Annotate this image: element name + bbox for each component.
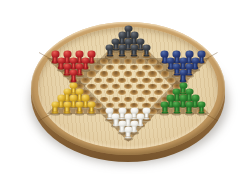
- hole-dimple: [124, 71, 132, 76]
- peg-cap: [118, 32, 126, 38]
- peg-cap: [185, 63, 193, 69]
- hole-dimple: [94, 65, 102, 70]
- peg-cap: [130, 120, 138, 126]
- hole-dimple: [161, 84, 169, 89]
- board-hole-r12c10[interactable]: [174, 109, 180, 115]
- peg-cap: [185, 101, 193, 107]
- peg-cap: [173, 51, 181, 57]
- peg-cap: [179, 82, 187, 88]
- hole-dimple: [154, 65, 162, 70]
- peg-cap: [161, 51, 169, 57]
- scene: Wooden Chinese checkers board with six s…: [0, 0, 238, 179]
- chinese-checkers-board-grid: [52, 33, 204, 140]
- peg-white[interactable]: [124, 126, 133, 139]
- peg-cap: [167, 57, 175, 63]
- peg-cap: [51, 101, 59, 107]
- board-hole-r12c12[interactable]: [198, 109, 204, 115]
- peg-cap: [173, 101, 181, 107]
- board-hole-r3c3[interactable]: [143, 52, 149, 58]
- peg-cap: [69, 82, 77, 88]
- peg-green[interactable]: [172, 101, 181, 114]
- peg-cap: [118, 120, 126, 126]
- hole-dimple: [130, 90, 138, 95]
- peg-cap: [51, 51, 59, 57]
- peg-cap: [63, 63, 71, 69]
- peg-cap: [69, 57, 77, 63]
- board-hole-r12c11[interactable]: [186, 109, 192, 115]
- peg-cap: [124, 114, 132, 120]
- peg-yellow[interactable]: [63, 101, 72, 114]
- hole-dimple: [130, 78, 138, 83]
- peg-cap: [179, 70, 187, 76]
- peg-black[interactable]: [105, 45, 114, 58]
- peg-cap: [118, 108, 126, 114]
- hole-dimple: [81, 78, 89, 83]
- peg-cap: [167, 95, 175, 101]
- peg-cap: [75, 89, 83, 95]
- hole-dimple: [106, 90, 114, 95]
- peg-green[interactable]: [185, 101, 194, 114]
- peg-cap: [185, 89, 193, 95]
- peg-cap: [69, 95, 77, 101]
- hole-dimple: [118, 78, 126, 83]
- hole-dimple: [87, 84, 95, 89]
- hole-dimple: [112, 84, 120, 89]
- peg-cap: [173, 63, 181, 69]
- peg-cap: [142, 45, 150, 51]
- hole-dimple: [142, 90, 150, 95]
- peg-green[interactable]: [197, 101, 206, 114]
- peg-cap: [124, 26, 132, 32]
- board-hole-r3c1[interactable]: [119, 52, 125, 58]
- board-hole-r3c2[interactable]: [131, 52, 137, 58]
- hole-dimple: [112, 97, 120, 102]
- peg-cap: [112, 114, 120, 120]
- peg-cap: [124, 126, 132, 132]
- hole-dimple: [148, 97, 156, 102]
- peg-cap: [179, 57, 187, 63]
- hole-dimple: [124, 97, 132, 102]
- peg-cap: [130, 45, 138, 51]
- peg-yellow[interactable]: [51, 101, 60, 114]
- board-hole-r3c0[interactable]: [107, 52, 113, 58]
- peg-cap: [69, 70, 77, 76]
- peg-cap: [75, 101, 83, 107]
- board-hole-r12c3[interactable]: [89, 109, 95, 115]
- peg-cap: [118, 45, 126, 51]
- peg-cap: [130, 108, 138, 114]
- hole-dimple: [118, 90, 126, 95]
- peg-cap: [63, 51, 71, 57]
- board-hole-r16c0[interactable]: [125, 134, 131, 140]
- peg-cap: [142, 108, 150, 114]
- hole-dimple: [100, 59, 108, 64]
- peg-black[interactable]: [130, 45, 139, 58]
- peg-cap: [82, 57, 90, 63]
- peg-cap: [63, 89, 71, 95]
- hole-dimple: [94, 78, 102, 83]
- peg-cap: [197, 101, 205, 107]
- peg-yellow[interactable]: [75, 101, 84, 114]
- hole-dimple: [161, 71, 169, 76]
- hole-dimple: [136, 59, 144, 64]
- hole-dimple: [142, 65, 150, 70]
- peg-cap: [88, 51, 96, 57]
- hole-dimple: [87, 71, 95, 76]
- hole-dimple: [112, 71, 120, 76]
- peg-cap: [197, 51, 205, 57]
- hole-dimple: [124, 59, 132, 64]
- hole-dimple: [100, 84, 108, 89]
- peg-cap: [112, 38, 120, 44]
- peg-cap: [75, 63, 83, 69]
- peg-cap: [191, 95, 199, 101]
- peg-black[interactable]: [142, 45, 151, 58]
- hole-dimple: [154, 90, 162, 95]
- peg-cap: [191, 57, 199, 63]
- hole-dimple: [130, 65, 138, 70]
- peg-red[interactable]: [69, 70, 78, 83]
- peg-cap: [136, 114, 144, 120]
- hole-dimple: [112, 59, 120, 64]
- hole-dimple: [148, 84, 156, 89]
- hole-dimple: [136, 71, 144, 76]
- peg-green[interactable]: [160, 101, 169, 114]
- hole-dimple: [148, 71, 156, 76]
- board-hole-r12c0[interactable]: [52, 109, 58, 115]
- peg-blue[interactable]: [179, 70, 188, 83]
- hole-dimple: [94, 90, 102, 95]
- hole-dimple: [154, 78, 162, 83]
- hole-dimple: [100, 71, 108, 76]
- hole-dimple: [118, 65, 126, 70]
- peg-cap: [57, 57, 65, 63]
- hole-dimple: [148, 59, 156, 64]
- peg-cap: [82, 95, 90, 101]
- board-hole-r12c9[interactable]: [162, 109, 168, 115]
- hole-dimple: [136, 84, 144, 89]
- peg-cap: [106, 108, 114, 114]
- board-hole-r12c2[interactable]: [76, 109, 82, 115]
- hole-dimple: [106, 65, 114, 70]
- hole-dimple: [136, 97, 144, 102]
- hole-dimple: [167, 78, 175, 83]
- peg-cap: [136, 38, 144, 44]
- peg-cap: [75, 51, 83, 57]
- peg-cap: [179, 95, 187, 101]
- peg-yellow[interactable]: [87, 101, 96, 114]
- hole-dimple: [124, 84, 132, 89]
- peg-cap: [124, 38, 132, 44]
- hole-dimple: [100, 97, 108, 102]
- hole-dimple: [106, 78, 114, 83]
- peg-black[interactable]: [118, 45, 127, 58]
- peg-cap: [173, 89, 181, 95]
- peg-cap: [63, 101, 71, 107]
- peg-cap: [57, 95, 65, 101]
- peg-cap: [88, 101, 96, 107]
- hole-dimple: [142, 78, 150, 83]
- board-hole-r12c1[interactable]: [64, 109, 70, 115]
- peg-cap: [130, 32, 138, 38]
- peg-cap: [185, 51, 193, 57]
- peg-cap: [161, 101, 169, 107]
- peg-cap: [106, 45, 114, 51]
